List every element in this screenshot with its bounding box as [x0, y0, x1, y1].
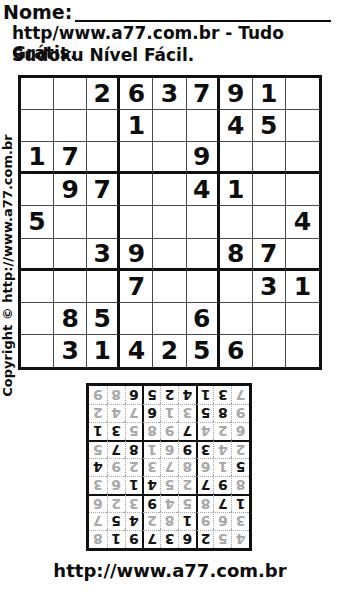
puzzle-cell-r4c7[interactable]: 1 [220, 174, 253, 206]
solution-cell-r2c9: 7 [89, 512, 107, 530]
puzzle-cell-r5c5[interactable] [153, 206, 186, 238]
puzzle-cell-r1c5[interactable]: 3 [153, 78, 186, 110]
puzzle-cell-r3c9[interactable] [286, 142, 319, 174]
puzzle-cell-r8c3[interactable]: 5 [87, 303, 120, 335]
solution-cell-r4c6: 4 [142, 476, 160, 494]
solution-cell-r1c6: 7 [142, 530, 160, 548]
solution-cell-r4c2: 9 [213, 476, 231, 494]
solution-cell-r9c1: 7 [231, 386, 249, 404]
solution-cell-r9c9: 9 [89, 386, 107, 404]
solution-cell-r7c2: 2 [213, 422, 231, 440]
solution-cell-r7c7: 5 [125, 422, 143, 440]
solution-cell-r6c3: 3 [196, 440, 214, 458]
solution-cell-r9c7: 6 [125, 386, 143, 404]
solution-cell-r4c1: 8 [231, 476, 249, 494]
puzzle-grid: 2637911451799741543987731856314256 [18, 75, 322, 370]
solution-cell-r2c7: 4 [125, 512, 143, 530]
puzzle-cell-r6c6[interactable] [187, 239, 220, 271]
solution-cell-r6c9: 5 [89, 440, 107, 458]
solution-cell-r8c2: 8 [213, 404, 231, 422]
solution-cell-r1c2: 5 [213, 530, 231, 548]
solution-cell-r3c9: 6 [89, 494, 107, 512]
puzzle-cell-r9c7[interactable]: 6 [220, 335, 253, 367]
puzzle-cell-r2c7[interactable]: 4 [220, 110, 253, 142]
solution-cell-r6c6: 1 [142, 440, 160, 458]
solution-cell-r4c3: 7 [196, 476, 214, 494]
puzzle-cell-r5c2[interactable] [54, 206, 87, 238]
puzzle-cell-r1c6[interactable]: 7 [187, 78, 220, 110]
solution-cell-r9c4: 4 [178, 386, 196, 404]
puzzle-cell-r4c1[interactable] [21, 174, 54, 206]
solution-cell-r2c6: 2 [142, 512, 160, 530]
footer-url: http://www.a77.com.br [0, 560, 340, 581]
puzzle-cell-r4c2[interactable]: 9 [54, 174, 87, 206]
puzzle-cell-r7c8[interactable]: 3 [253, 271, 286, 303]
puzzle-cell-r8c5[interactable] [153, 303, 186, 335]
solution-cell-r1c1: 4 [231, 530, 249, 548]
puzzle-cell-r4c8[interactable] [253, 174, 286, 206]
puzzle-cell-r7c2[interactable] [54, 271, 87, 303]
solution-cell-r4c9: 3 [89, 476, 107, 494]
solution-cell-r6c2: 4 [213, 440, 231, 458]
puzzle-cell-r5c8[interactable] [253, 206, 286, 238]
puzzle-cell-r8c8[interactable] [253, 303, 286, 335]
solution-cell-r4c8: 6 [107, 476, 125, 494]
puzzle-cell-r2c1[interactable] [21, 110, 54, 142]
solution-cell-r9c6: 5 [142, 386, 160, 404]
solution-cell-r7c5: 9 [160, 422, 178, 440]
puzzle-cell-r3c7[interactable] [220, 142, 253, 174]
puzzle-cell-r8c2[interactable]: 8 [54, 303, 87, 335]
solution-cell-r3c3: 8 [196, 494, 214, 512]
puzzle-cell-r8c1[interactable] [21, 303, 54, 335]
solution-cell-r5c1: 5 [231, 458, 249, 476]
solution-cell-r3c4: 5 [178, 494, 196, 512]
puzzle-cell-r5c7[interactable] [220, 206, 253, 238]
puzzle-cell-r2c3[interactable] [87, 110, 120, 142]
solution-cell-r6c4: 9 [178, 440, 196, 458]
puzzle-cell-r6c2[interactable] [54, 239, 87, 271]
puzzle-cell-r7c3[interactable] [87, 271, 120, 303]
solution-cell-r9c5: 2 [160, 386, 178, 404]
puzzle-cell-r2c5[interactable] [153, 110, 186, 142]
copyright-vertical-text: Copyright © http://www.a77.com.br [0, 85, 17, 447]
puzzle-cell-r4c5[interactable] [153, 174, 186, 206]
solution-cell-r6c8: 7 [107, 440, 125, 458]
solution-cell-r1c7: 9 [125, 530, 143, 548]
solution-cell-r2c4: 1 [178, 512, 196, 530]
puzzle-cell-r6c8[interactable]: 7 [253, 239, 286, 271]
puzzle-cell-r7c7[interactable] [220, 271, 253, 303]
solution-cell-r5c5: 7 [160, 458, 178, 476]
solution-cell-r6c5: 6 [160, 440, 178, 458]
solution-cell-r7c9: 1 [89, 422, 107, 440]
solution-cell-r9c3: 1 [196, 386, 214, 404]
solution-cell-r7c3: 4 [196, 422, 214, 440]
solution-cell-r3c1: 1 [231, 494, 249, 512]
solution-cell-r3c6: 9 [142, 494, 160, 512]
solution-cell-r9c2: 3 [213, 386, 231, 404]
puzzle-cell-r7c6[interactable] [187, 271, 220, 303]
solution-cell-r7c4: 7 [178, 422, 196, 440]
puzzle-cell-r1c4[interactable]: 6 [120, 78, 153, 110]
puzzle-cell-r8c9[interactable] [286, 303, 319, 335]
puzzle-cell-r8c6[interactable]: 6 [187, 303, 220, 335]
puzzle-cell-r3c2[interactable]: 7 [54, 142, 87, 174]
puzzle-cell-r8c4[interactable] [120, 303, 153, 335]
puzzle-cell-r9c5[interactable]: 2 [153, 335, 186, 367]
solution-cell-r3c7: 3 [125, 494, 143, 512]
solution-cell-r8c3: 5 [196, 404, 214, 422]
puzzle-cell-r9c1[interactable] [21, 335, 54, 367]
solution-cell-r5c2: 1 [213, 458, 231, 476]
solution-cell-r8c8: 4 [107, 404, 125, 422]
solution-cell-r2c8: 5 [107, 512, 125, 530]
puzzle-cell-r6c9[interactable] [286, 239, 319, 271]
solution-cell-r5c9: 4 [89, 458, 107, 476]
puzzle-cell-r7c4[interactable]: 7 [120, 271, 153, 303]
puzzle-cell-r3c5[interactable] [153, 142, 186, 174]
puzzle-cell-r4c9[interactable] [286, 174, 319, 206]
solution-cell-r9c8: 8 [107, 386, 125, 404]
puzzle-cell-r9c8[interactable] [253, 335, 286, 367]
solution-cell-r1c9: 8 [89, 530, 107, 548]
name-blank-line [75, 1, 331, 22]
solution-cell-r7c8: 3 [107, 422, 125, 440]
puzzle-cell-r3c8[interactable] [253, 142, 286, 174]
puzzle-cell-r7c5[interactable] [153, 271, 186, 303]
solution-cell-r2c2: 6 [213, 512, 231, 530]
solution-cell-r2c5: 8 [160, 512, 178, 530]
puzzle-cell-r8c7[interactable] [220, 303, 253, 335]
puzzle-cell-r3c4[interactable] [120, 142, 153, 174]
puzzle-cell-r1c9[interactable] [286, 78, 319, 110]
solution-cell-r1c5: 3 [160, 530, 178, 548]
puzzle-cell-r2c9[interactable] [286, 110, 319, 142]
solution-cell-r1c8: 1 [107, 530, 125, 548]
puzzle-cell-r1c1[interactable] [21, 78, 54, 110]
solution-cell-r5c3: 6 [196, 458, 214, 476]
puzzle-cell-r5c9[interactable]: 4 [286, 206, 319, 238]
puzzle-cell-r9c2[interactable]: 3 [54, 335, 87, 367]
solution-cell-r8c9: 2 [89, 404, 107, 422]
solution-cell-r5c8: 9 [107, 458, 125, 476]
sudoku-print-page: Nome: http/www.a77.com.br - Tudo Grátis.… [0, 0, 340, 596]
puzzle-cell-r5c1[interactable]: 5 [21, 206, 54, 238]
solution-grid-rotated: 4526379183691824571785493268972541635168… [86, 383, 252, 551]
puzzle-cell-r7c1[interactable] [21, 271, 54, 303]
puzzle-cell-r6c4[interactable]: 9 [120, 239, 153, 271]
puzzle-cell-r6c3[interactable]: 3 [87, 239, 120, 271]
solution-cell-r1c4: 6 [178, 530, 196, 548]
puzzle-cell-r3c3[interactable] [87, 142, 120, 174]
puzzle-cell-r1c8[interactable]: 1 [253, 78, 286, 110]
solution-cell-r5c7: 2 [125, 458, 143, 476]
puzzle-cell-r4c3[interactable]: 7 [87, 174, 120, 206]
solution-cell-r7c1: 6 [231, 422, 249, 440]
solution-cell-r3c8: 2 [107, 494, 125, 512]
solution-cell-r6c7: 8 [125, 440, 143, 458]
puzzle-cell-r7c9[interactable]: 1 [286, 271, 319, 303]
puzzle-cell-r1c2[interactable] [54, 78, 87, 110]
puzzle-cell-r9c3[interactable]: 1 [87, 335, 120, 367]
puzzle-cell-r9c9[interactable] [286, 335, 319, 367]
name-row: Nome: [3, 1, 331, 22]
puzzle-cell-r6c5[interactable] [153, 239, 186, 271]
solution-cell-r5c4: 8 [178, 458, 196, 476]
solution-cell-r8c1: 9 [231, 404, 249, 422]
solution-cell-r8c7: 7 [125, 404, 143, 422]
puzzle-cell-r6c7[interactable]: 8 [220, 239, 253, 271]
puzzle-cell-r2c6[interactable] [187, 110, 220, 142]
puzzle-cell-r4c4[interactable] [120, 174, 153, 206]
solution-cell-r8c4: 3 [178, 404, 196, 422]
puzzle-cell-r1c3[interactable]: 2 [87, 78, 120, 110]
solution-cell-r7c6: 8 [142, 422, 160, 440]
puzzle-cell-r2c8[interactable]: 5 [253, 110, 286, 142]
solution-cell-r2c1: 3 [231, 512, 249, 530]
solution-cell-r4c5: 5 [160, 476, 178, 494]
solution-cell-r8c6: 6 [142, 404, 160, 422]
puzzle-level-title: Sudoku Nível Fácil. [12, 45, 194, 65]
puzzle-cell-r1c7[interactable]: 9 [220, 78, 253, 110]
puzzle-cell-r9c4[interactable]: 4 [120, 335, 153, 367]
puzzle-cell-r3c1[interactable]: 1 [21, 142, 54, 174]
solution-cell-r8c5: 1 [160, 404, 178, 422]
puzzle-cell-r3c6[interactable]: 9 [187, 142, 220, 174]
puzzle-cell-r2c4[interactable]: 1 [120, 110, 153, 142]
solution-cell-r3c5: 4 [160, 494, 178, 512]
puzzle-cell-r5c3[interactable] [87, 206, 120, 238]
solution-cell-r5c6: 3 [142, 458, 160, 476]
puzzle-cell-r5c4[interactable] [120, 206, 153, 238]
puzzle-cell-r9c6[interactable]: 5 [187, 335, 220, 367]
solution-cell-r4c7: 1 [125, 476, 143, 494]
solution-cell-r2c3: 9 [196, 512, 214, 530]
puzzle-cell-r4c6[interactable]: 4 [187, 174, 220, 206]
solution-cell-r3c2: 7 [213, 494, 231, 512]
solution-cell-r6c1: 2 [231, 440, 249, 458]
solution-cell-r1c3: 2 [196, 530, 214, 548]
puzzle-cell-r5c6[interactable] [187, 206, 220, 238]
puzzle-cell-r2c2[interactable] [54, 110, 87, 142]
puzzle-cell-r6c1[interactable] [21, 239, 54, 271]
solution-cell-r4c4: 2 [178, 476, 196, 494]
name-label: Nome: [3, 2, 72, 22]
